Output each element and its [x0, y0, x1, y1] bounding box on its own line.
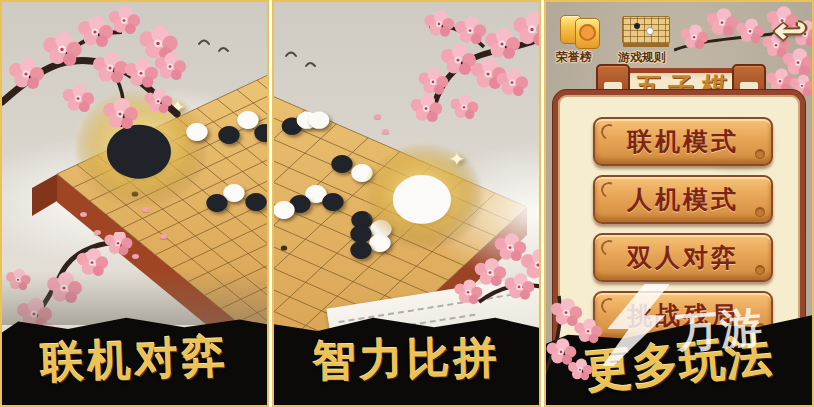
- game-rules-button[interactable]: [622, 16, 670, 48]
- button-label: 联机模式: [627, 125, 739, 158]
- panel-main-menu: 荣誉榜 游戏规则 ↩ 五子棋 联机模式 人机模式 双人对弈: [544, 0, 814, 407]
- button-online-mode[interactable]: 联机模式: [593, 117, 773, 166]
- mini-black-stone: [634, 23, 640, 29]
- petal: [382, 129, 389, 134]
- panel-online-play: ●●●●●●●● 联机对弈: [0, 0, 269, 407]
- panel-caption: 联机对弈: [1, 326, 268, 393]
- ink-wash: [2, 270, 267, 325]
- star-point: [281, 245, 287, 250]
- panel-caption: 智力比拼: [274, 329, 540, 392]
- star-point: [132, 191, 139, 196]
- cherry-branch: [544, 292, 614, 388]
- honor-icon-dot: [579, 24, 596, 41]
- cherry-branch: [364, 2, 541, 142]
- button-two-player[interactable]: 双人对弈: [593, 233, 773, 282]
- petal: [160, 234, 167, 239]
- cherry-branch: [434, 227, 541, 317]
- button-label: 双人对弈: [627, 241, 739, 274]
- petal: [142, 207, 149, 212]
- app-store-screenshot-strip: ●●●●●●●● 联机对弈: [0, 0, 814, 407]
- petal: [80, 212, 87, 217]
- honor-list-button[interactable]: [560, 12, 608, 48]
- panel-intelligence: ●●●●●●●●●●●●●●● 智力比拼: [272, 0, 541, 407]
- cherry-branch: [2, 2, 202, 172]
- mini-white-stone: [646, 27, 654, 35]
- petal: [374, 114, 381, 119]
- honor-list-label: 荣誉榜: [556, 49, 592, 66]
- button-label: 人机模式: [627, 183, 739, 216]
- back-button[interactable]: ↩: [773, 10, 806, 50]
- button-vs-ai-mode[interactable]: 人机模式: [593, 175, 773, 224]
